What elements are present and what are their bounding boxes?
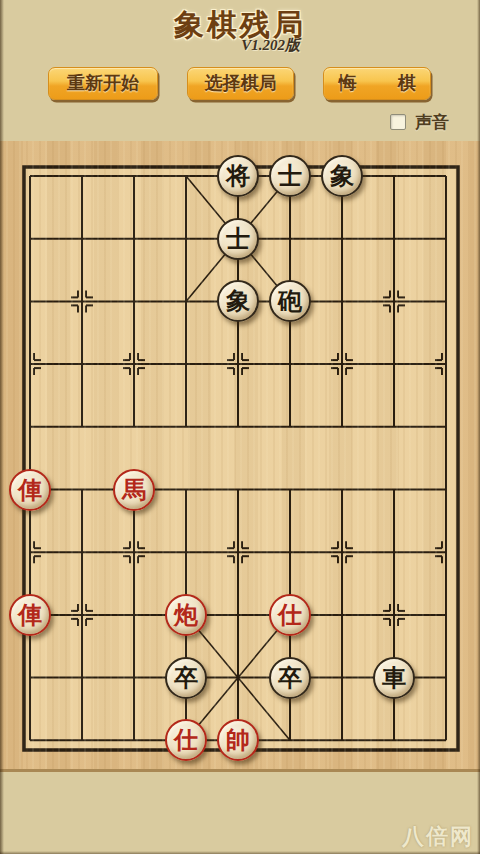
piece-black-将[interactable]: 将 xyxy=(217,155,259,197)
piece-red-帥[interactable]: 帥 xyxy=(217,719,259,761)
app-version: V1.202版 xyxy=(150,36,300,55)
piece-black-車[interactable]: 車 xyxy=(373,657,415,699)
piece-black-卒[interactable]: 卒 xyxy=(165,657,207,699)
select-game-button[interactable]: 选择棋局 xyxy=(187,67,294,100)
piece-black-士[interactable]: 士 xyxy=(217,218,259,260)
sound-label: 声音 xyxy=(415,111,449,134)
app-screen: 象棋残局 V1.202版 重新开始 选择棋局 悔 棋 声音 将士象士象砲俥馬俥炮… xyxy=(0,0,480,854)
piece-red-仕[interactable]: 仕 xyxy=(269,594,311,636)
undo-button[interactable]: 悔 棋 xyxy=(323,67,431,100)
screen-edge-shadow-left xyxy=(0,0,4,854)
watermark: 八倍网 xyxy=(402,822,474,852)
piece-black-砲[interactable]: 砲 xyxy=(269,280,311,322)
piece-black-卒[interactable]: 卒 xyxy=(269,657,311,699)
xiangqi-board[interactable]: 将士象士象砲俥馬俥炮仕卒卒車仕帥 xyxy=(0,141,480,772)
piece-red-仕[interactable]: 仕 xyxy=(165,719,207,761)
sound-checkbox[interactable] xyxy=(390,114,406,130)
pieces-layer: 将士象士象砲俥馬俥炮仕卒卒車仕帥 xyxy=(0,141,480,769)
piece-black-象[interactable]: 象 xyxy=(217,280,259,322)
piece-black-象[interactable]: 象 xyxy=(321,155,363,197)
piece-red-俥[interactable]: 俥 xyxy=(9,594,51,636)
piece-red-俥[interactable]: 俥 xyxy=(9,469,51,511)
piece-black-士[interactable]: 士 xyxy=(269,155,311,197)
piece-red-炮[interactable]: 炮 xyxy=(165,594,207,636)
piece-red-馬[interactable]: 馬 xyxy=(113,469,155,511)
restart-button[interactable]: 重新开始 xyxy=(48,67,158,100)
